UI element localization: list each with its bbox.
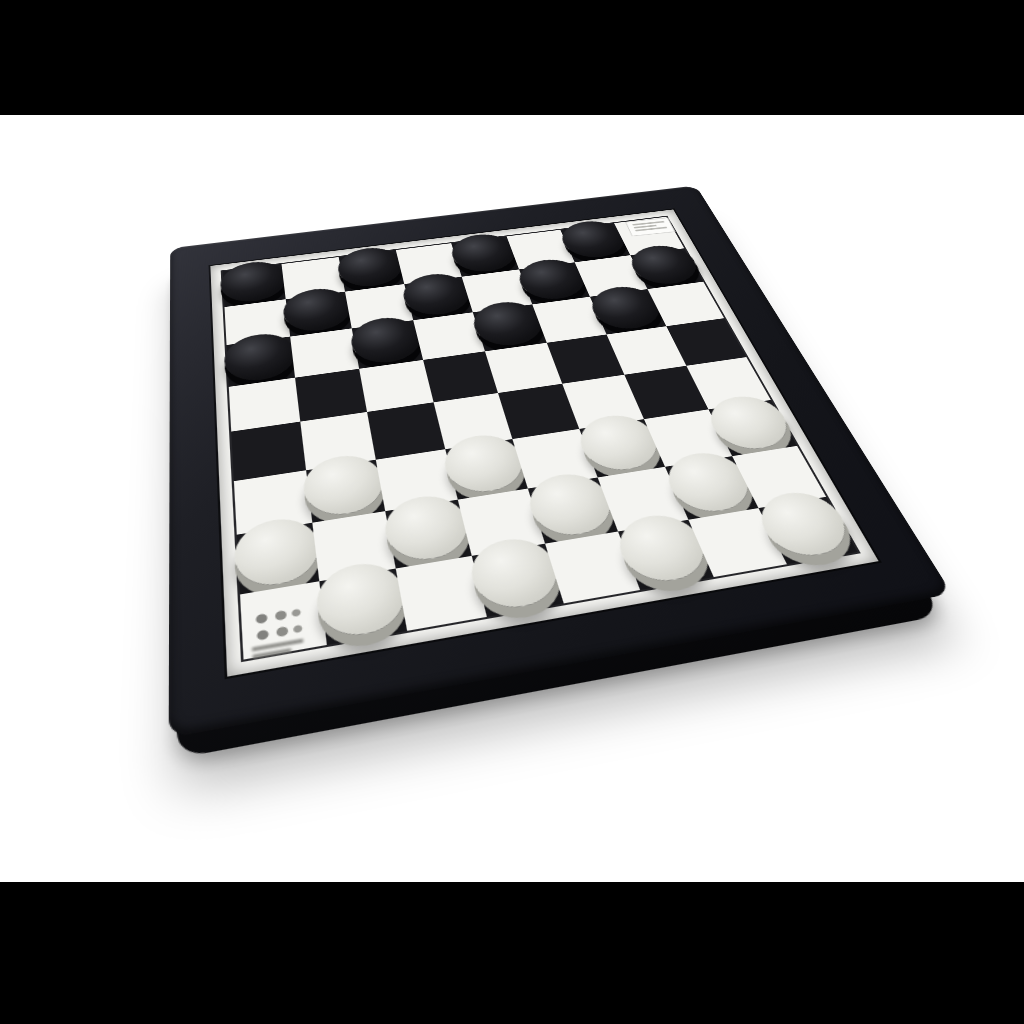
board-frame [169, 186, 953, 738]
square-r7c1[interactable] [319, 568, 408, 645]
logo-print [240, 602, 315, 663]
checkers-board [176, 206, 943, 758]
board-sheet [210, 209, 878, 676]
photo-background [0, 115, 1024, 882]
letterbox-bottom-bar [0, 882, 1024, 1024]
screenshot-root: { "scene": { "type": "angled product pho… [0, 0, 1024, 1024]
board-grid [221, 216, 861, 663]
black-piece[interactable] [219, 258, 288, 304]
letterbox-top-bar [0, 0, 1024, 115]
